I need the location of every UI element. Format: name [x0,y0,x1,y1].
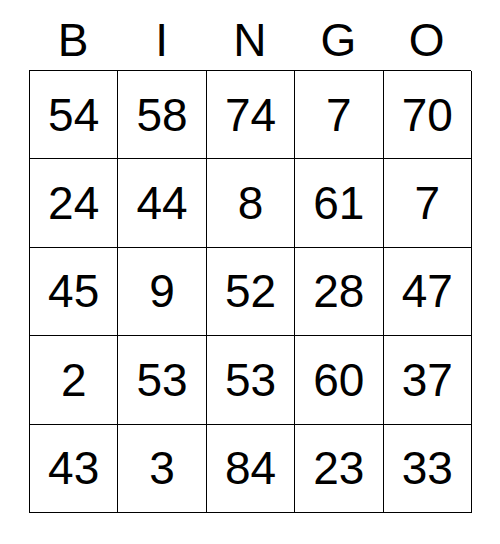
header-letter-g: G [294,17,382,70]
cell-r4-n[interactable]: 53 [207,336,295,424]
cell-r5-i[interactable]: 3 [118,425,206,513]
header-letter-n: N [206,17,294,70]
cell-r2-o[interactable]: 7 [384,159,472,247]
cell-r2-i[interactable]: 44 [118,159,206,247]
cell-r3-g[interactable]: 28 [295,248,383,336]
header-letter-o: O [383,17,471,70]
cell-r3-o[interactable]: 47 [384,248,472,336]
cell-r1-n[interactable]: 74 [207,71,295,159]
bingo-grid: 54 58 74 7 70 24 44 8 61 7 45 9 52 28 47… [29,70,471,513]
cell-r2-g[interactable]: 61 [295,159,383,247]
cell-r5-b[interactable]: 43 [30,425,118,513]
header-letter-i: I [117,17,205,70]
cell-r1-g[interactable]: 7 [295,71,383,159]
cell-r2-n[interactable]: 8 [207,159,295,247]
cell-r5-g[interactable]: 23 [295,425,383,513]
cell-r4-b[interactable]: 2 [30,336,118,424]
cell-r3-n[interactable]: 52 [207,248,295,336]
cell-r4-o[interactable]: 37 [384,336,472,424]
cell-r4-g[interactable]: 60 [295,336,383,424]
cell-r1-o[interactable]: 70 [384,71,472,159]
cell-r4-i[interactable]: 53 [118,336,206,424]
cell-r2-b[interactable]: 24 [30,159,118,247]
cell-r5-n[interactable]: 84 [207,425,295,513]
bingo-header: B I N G O [29,0,471,70]
cell-r5-o[interactable]: 33 [384,425,472,513]
cell-r3-i[interactable]: 9 [118,248,206,336]
cell-r1-i[interactable]: 58 [118,71,206,159]
cell-r1-b[interactable]: 54 [30,71,118,159]
bingo-card: B I N G O 54 58 74 7 70 24 44 8 61 7 45 … [29,0,471,513]
cell-r3-b[interactable]: 45 [30,248,118,336]
header-letter-b: B [29,17,117,70]
